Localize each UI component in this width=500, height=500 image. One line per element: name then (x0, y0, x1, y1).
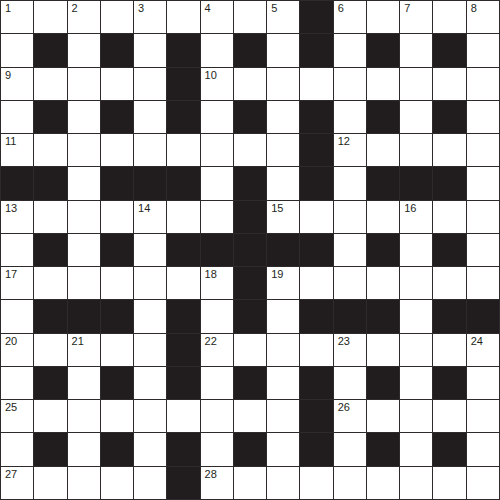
cell-r7c6[interactable] (167, 201, 199, 233)
clue-number-26: 26 (338, 402, 350, 413)
cell-r5c5[interactable] (134, 134, 166, 166)
black-cell-r10c8 (234, 300, 266, 332)
cell-r3c9[interactable] (267, 68, 299, 100)
cell-r8c5[interactable] (134, 234, 166, 266)
cell-r13c12[interactable] (367, 400, 399, 432)
cell-r9c10[interactable] (300, 267, 332, 299)
cell-r15c5[interactable] (134, 467, 166, 499)
cell-r14c1[interactable] (1, 433, 33, 465)
cell-r11c2[interactable] (34, 334, 66, 366)
cell-r8c15[interactable] (467, 234, 499, 266)
cell-r7c1[interactable]: 13 (1, 201, 33, 233)
cell-r3c2[interactable] (34, 68, 66, 100)
cell-r1c2[interactable] (34, 1, 66, 33)
cell-r12c3[interactable] (68, 367, 100, 399)
cell-r15c2[interactable] (34, 467, 66, 499)
cell-r14c13[interactable] (400, 433, 432, 465)
cell-r1c4[interactable] (101, 1, 133, 33)
clue-number-9: 9 (5, 70, 11, 81)
cell-r4c15[interactable] (467, 101, 499, 133)
cell-r15c4[interactable] (101, 467, 133, 499)
black-cell-r10c11 (334, 300, 366, 332)
cell-r3c8[interactable] (234, 68, 266, 100)
cell-r2c3[interactable] (68, 34, 100, 66)
cell-r7c4[interactable] (101, 201, 133, 233)
cell-r4c5[interactable] (134, 101, 166, 133)
cell-r7c15[interactable] (467, 201, 499, 233)
cell-r2c11[interactable] (334, 34, 366, 66)
cell-r9c12[interactable] (367, 267, 399, 299)
cell-r15c14[interactable] (433, 467, 465, 499)
cell-r11c3[interactable]: 21 (68, 334, 100, 366)
cell-r12c7[interactable] (201, 367, 233, 399)
black-cell-r10c10 (300, 300, 332, 332)
cell-r15c8[interactable] (234, 467, 266, 499)
cell-r1c6[interactable] (167, 1, 199, 33)
cell-r13c1[interactable]: 25 (1, 400, 33, 432)
cell-r5c15[interactable] (467, 134, 499, 166)
black-cell-r8c8 (234, 234, 266, 266)
cell-r4c3[interactable] (68, 101, 100, 133)
cell-r11c15[interactable]: 24 (467, 334, 499, 366)
clue-number-17: 17 (5, 269, 17, 280)
cell-r5c11[interactable]: 12 (334, 134, 366, 166)
black-cell-r12c10 (300, 367, 332, 399)
clue-number-25: 25 (5, 402, 17, 413)
cell-r9c15[interactable] (467, 267, 499, 299)
black-cell-r8c2 (34, 234, 66, 266)
black-cell-r10c2 (34, 300, 66, 332)
black-cell-r12c12 (367, 367, 399, 399)
black-cell-r4c2 (34, 101, 66, 133)
cell-r13c15[interactable] (467, 400, 499, 432)
clue-number-1: 1 (5, 3, 11, 14)
cell-r3c10[interactable] (300, 68, 332, 100)
cell-r14c9[interactable] (267, 433, 299, 465)
cell-r1c7[interactable]: 4 (201, 1, 233, 33)
cell-r5c13[interactable] (400, 134, 432, 166)
cell-r1c5[interactable]: 3 (134, 1, 166, 33)
cell-r11c8[interactable] (234, 334, 266, 366)
cell-r5c2[interactable] (34, 134, 66, 166)
cell-r15c15[interactable] (467, 467, 499, 499)
cell-r6c11[interactable] (334, 167, 366, 199)
black-cell-r4c12 (367, 101, 399, 133)
black-cell-r4c6 (167, 101, 199, 133)
cell-r9c5[interactable] (134, 267, 166, 299)
clue-number-5: 5 (271, 3, 277, 14)
black-cell-r4c8 (234, 101, 266, 133)
black-cell-r5c10 (300, 134, 332, 166)
cell-r15c10[interactable] (300, 467, 332, 499)
cell-r1c15[interactable]: 8 (467, 1, 499, 33)
black-cell-r6c4 (101, 167, 133, 199)
clue-number-11: 11 (5, 136, 16, 147)
cell-r8c13[interactable] (400, 234, 432, 266)
clue-number-16: 16 (404, 203, 416, 214)
cell-r13c9[interactable] (267, 400, 299, 432)
clue-number-14: 14 (138, 203, 150, 214)
black-cell-r6c12 (367, 167, 399, 199)
black-cell-r14c8 (234, 433, 266, 465)
cell-r1c12[interactable] (367, 1, 399, 33)
cell-r15c12[interactable] (367, 467, 399, 499)
cell-r13c8[interactable] (234, 400, 266, 432)
black-cell-r9c8 (234, 267, 266, 299)
cell-r6c3[interactable] (68, 167, 100, 199)
cell-r3c4[interactable] (101, 68, 133, 100)
black-cell-r10c4 (101, 300, 133, 332)
black-cell-r2c12 (367, 34, 399, 66)
black-cell-r4c14 (433, 101, 465, 133)
cell-r12c13[interactable] (400, 367, 432, 399)
black-cell-r4c4 (101, 101, 133, 133)
black-cell-r14c2 (34, 433, 66, 465)
cell-r11c13[interactable] (400, 334, 432, 366)
cell-r13c13[interactable] (400, 400, 432, 432)
cell-r9c11[interactable] (334, 267, 366, 299)
black-cell-r6c5 (134, 167, 166, 199)
black-cell-r8c10 (300, 234, 332, 266)
cell-r5c12[interactable] (367, 134, 399, 166)
black-cell-r14c6 (167, 433, 199, 465)
cell-r14c7[interactable] (201, 433, 233, 465)
cell-r7c5[interactable]: 14 (134, 201, 166, 233)
clue-number-13: 13 (5, 203, 17, 214)
cell-r13c3[interactable] (68, 400, 100, 432)
clue-number-19: 19 (271, 269, 283, 280)
clue-number-15: 15 (271, 203, 283, 214)
cell-r6c7[interactable] (201, 167, 233, 199)
black-cell-r10c6 (167, 300, 199, 332)
black-cell-r12c6 (167, 367, 199, 399)
cell-r10c7[interactable] (201, 300, 233, 332)
cell-r14c15[interactable] (467, 433, 499, 465)
cell-r8c11[interactable] (334, 234, 366, 266)
cell-r15c1[interactable]: 27 (1, 467, 33, 499)
clue-number-21: 21 (72, 336, 84, 347)
cell-r4c7[interactable] (201, 101, 233, 133)
black-cell-r15c6 (167, 467, 199, 499)
cell-r3c12[interactable] (367, 68, 399, 100)
cell-r1c14[interactable] (433, 1, 465, 33)
cell-r13c7[interactable] (201, 400, 233, 432)
black-cell-r12c2 (34, 367, 66, 399)
cell-r13c14[interactable] (433, 400, 465, 432)
cell-r7c11[interactable] (334, 201, 366, 233)
cell-r15c9[interactable] (267, 467, 299, 499)
black-cell-r6c6 (167, 167, 199, 199)
cell-r1c1[interactable]: 1 (1, 1, 33, 33)
cell-r3c13[interactable] (400, 68, 432, 100)
cell-r11c10[interactable] (300, 334, 332, 366)
black-cell-r10c15 (467, 300, 499, 332)
cell-r10c5[interactable] (134, 300, 166, 332)
black-cell-r14c14 (433, 433, 465, 465)
clue-number-27: 27 (5, 469, 17, 480)
black-cell-r2c4 (101, 34, 133, 66)
cell-r13c6[interactable] (167, 400, 199, 432)
black-cell-r14c10 (300, 433, 332, 465)
cell-r12c11[interactable] (334, 367, 366, 399)
cell-r11c11[interactable]: 23 (334, 334, 366, 366)
cell-r14c3[interactable] (68, 433, 100, 465)
black-cell-r8c6 (167, 234, 199, 266)
cell-r9c1[interactable]: 17 (1, 267, 33, 299)
cell-r9c4[interactable] (101, 267, 133, 299)
cell-r7c9[interactable]: 15 (267, 201, 299, 233)
cell-r12c9[interactable] (267, 367, 299, 399)
cell-r7c13[interactable]: 16 (400, 201, 432, 233)
cell-r5c3[interactable] (68, 134, 100, 166)
black-cell-r10c14 (433, 300, 465, 332)
black-cell-r14c4 (101, 433, 133, 465)
black-cell-r4c10 (300, 101, 332, 133)
cell-r2c1[interactable] (1, 34, 33, 66)
cell-r1c11[interactable]: 6 (334, 1, 366, 33)
cell-r15c3[interactable] (68, 467, 100, 499)
black-cell-r2c2 (34, 34, 66, 66)
black-cell-r8c9 (267, 234, 299, 266)
cell-r3c5[interactable] (134, 68, 166, 100)
cell-r11c1[interactable]: 20 (1, 334, 33, 366)
black-cell-r8c12 (367, 234, 399, 266)
clue-number-24: 24 (471, 336, 483, 347)
cell-r12c1[interactable] (1, 367, 33, 399)
cell-r2c5[interactable] (134, 34, 166, 66)
clue-number-20: 20 (5, 336, 17, 347)
cell-r4c9[interactable] (267, 101, 299, 133)
cell-r5c9[interactable] (267, 134, 299, 166)
black-cell-r14c12 (367, 433, 399, 465)
black-cell-r6c1 (1, 167, 33, 199)
black-cell-r8c7 (201, 234, 233, 266)
clue-number-18: 18 (205, 269, 217, 280)
crossword-grid: 1234567891011121314151617181920212223242… (0, 0, 500, 500)
black-cell-r7c8 (234, 201, 266, 233)
cell-r11c4[interactable] (101, 334, 133, 366)
cell-r4c1[interactable] (1, 101, 33, 133)
cell-r11c7[interactable]: 22 (201, 334, 233, 366)
cell-r7c2[interactable] (34, 201, 66, 233)
clue-number-4: 4 (205, 3, 211, 14)
cell-r11c9[interactable] (267, 334, 299, 366)
cell-r1c8[interactable] (234, 1, 266, 33)
cell-r3c1[interactable]: 9 (1, 68, 33, 100)
cell-r3c11[interactable] (334, 68, 366, 100)
cell-r13c2[interactable] (34, 400, 66, 432)
cell-r12c5[interactable] (134, 367, 166, 399)
clue-number-12: 12 (338, 136, 350, 147)
cell-r15c13[interactable] (400, 467, 432, 499)
cell-r9c3[interactable] (68, 267, 100, 299)
cell-r5c7[interactable] (201, 134, 233, 166)
black-cell-r6c13 (400, 167, 432, 199)
cell-r10c9[interactable] (267, 300, 299, 332)
cell-r6c9[interactable] (267, 167, 299, 199)
black-cell-r10c12 (367, 300, 399, 332)
cell-r2c7[interactable] (201, 34, 233, 66)
cell-r7c3[interactable] (68, 201, 100, 233)
cell-r9c6[interactable] (167, 267, 199, 299)
black-cell-r6c8 (234, 167, 266, 199)
cell-r8c1[interactable] (1, 234, 33, 266)
black-cell-r6c14 (433, 167, 465, 199)
cell-r9c14[interactable] (433, 267, 465, 299)
cell-r11c14[interactable] (433, 334, 465, 366)
black-cell-r13c10 (300, 400, 332, 432)
black-cell-r1c10 (300, 1, 332, 33)
black-cell-r12c8 (234, 367, 266, 399)
clue-number-8: 8 (471, 3, 477, 14)
cell-r3c3[interactable] (68, 68, 100, 100)
black-cell-r8c14 (433, 234, 465, 266)
cell-r4c13[interactable] (400, 101, 432, 133)
cell-r8c3[interactable] (68, 234, 100, 266)
cell-r5c8[interactable] (234, 134, 266, 166)
cell-r2c9[interactable] (267, 34, 299, 66)
cell-r2c13[interactable] (400, 34, 432, 66)
black-cell-r12c4 (101, 367, 133, 399)
black-cell-r11c6 (167, 334, 199, 366)
clue-number-10: 10 (205, 70, 217, 81)
black-cell-r8c4 (101, 234, 133, 266)
black-cell-r2c10 (300, 34, 332, 66)
cell-r3c14[interactable] (433, 68, 465, 100)
cell-r7c12[interactable] (367, 201, 399, 233)
cell-r9c7[interactable]: 18 (201, 267, 233, 299)
cell-r1c13[interactable]: 7 (400, 1, 432, 33)
black-cell-r12c14 (433, 367, 465, 399)
cell-r13c4[interactable] (101, 400, 133, 432)
cell-r5c14[interactable] (433, 134, 465, 166)
cell-r5c6[interactable] (167, 134, 199, 166)
clue-number-2: 2 (72, 3, 78, 14)
cell-r11c12[interactable] (367, 334, 399, 366)
clue-number-3: 3 (138, 3, 144, 14)
cell-r5c4[interactable] (101, 134, 133, 166)
cell-r9c2[interactable] (34, 267, 66, 299)
cell-r3c15[interactable] (467, 68, 499, 100)
cell-r4c11[interactable] (334, 101, 366, 133)
cell-r13c11[interactable]: 26 (334, 400, 366, 432)
cell-r15c11[interactable] (334, 467, 366, 499)
black-cell-r3c6 (167, 68, 199, 100)
cell-r2c15[interactable] (467, 34, 499, 66)
cell-r1c9[interactable]: 5 (267, 1, 299, 33)
clue-number-23: 23 (338, 336, 350, 347)
cell-r3c7[interactable]: 10 (201, 68, 233, 100)
black-cell-r10c3 (68, 300, 100, 332)
cell-r11c5[interactable] (134, 334, 166, 366)
black-cell-r6c10 (300, 167, 332, 199)
black-cell-r2c6 (167, 34, 199, 66)
cell-r6c15[interactable] (467, 167, 499, 199)
clue-number-6: 6 (338, 3, 344, 14)
cell-r1c3[interactable]: 2 (68, 1, 100, 33)
clue-number-28: 28 (205, 469, 217, 480)
cell-r9c9[interactable]: 19 (267, 267, 299, 299)
clue-number-7: 7 (404, 3, 410, 14)
cell-r5c1[interactable]: 11 (1, 134, 33, 166)
black-cell-r2c14 (433, 34, 465, 66)
cell-r9c13[interactable] (400, 267, 432, 299)
cell-r10c13[interactable] (400, 300, 432, 332)
cell-r7c10[interactable] (300, 201, 332, 233)
cell-r10c1[interactable] (1, 300, 33, 332)
cell-r7c14[interactable] (433, 201, 465, 233)
clue-number-22: 22 (205, 336, 217, 347)
cell-r12c15[interactable] (467, 367, 499, 399)
black-cell-r2c8 (234, 34, 266, 66)
cell-r7c7[interactable] (201, 201, 233, 233)
black-cell-r6c2 (34, 167, 66, 199)
cell-r13c5[interactable] (134, 400, 166, 432)
cell-r14c5[interactable] (134, 433, 166, 465)
cell-r14c11[interactable] (334, 433, 366, 465)
cell-r15c7[interactable]: 28 (201, 467, 233, 499)
